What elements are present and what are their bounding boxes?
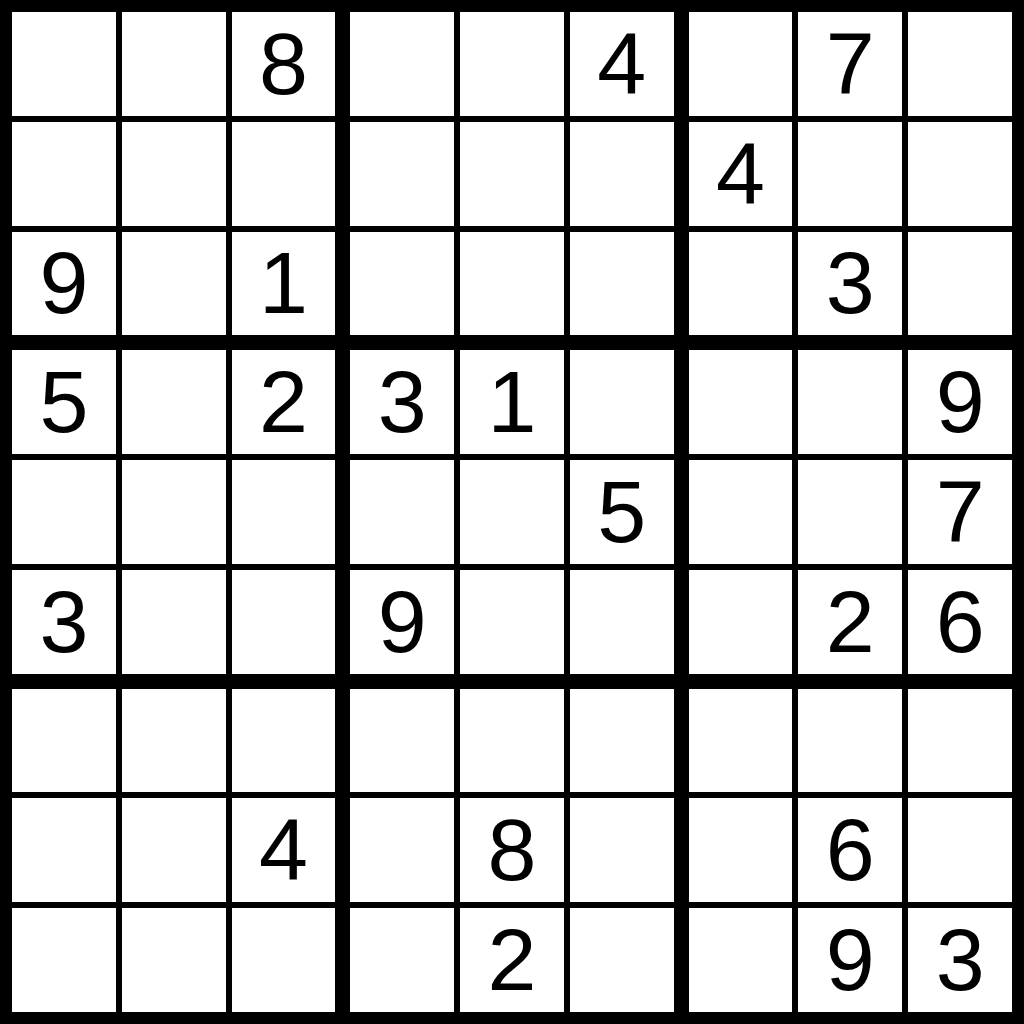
cell-r2c3[interactable] (232, 122, 336, 226)
cell-r1c4[interactable] (350, 12, 454, 116)
cell-r2c1[interactable] (12, 122, 116, 226)
cell-r6c4[interactable]: 9 (350, 570, 454, 674)
cell-r8c9[interactable] (908, 798, 1012, 902)
cell-r3c9[interactable] (908, 232, 1012, 336)
cell-r4c5[interactable]: 1 (460, 350, 564, 454)
cell-r8c2[interactable] (122, 798, 226, 902)
cell-r6c2[interactable] (122, 570, 226, 674)
cell-r4c3[interactable]: 2 (232, 350, 336, 454)
cell-r2c8[interactable] (798, 122, 902, 226)
block-9: 693 (689, 689, 1012, 1012)
cell-r8c6[interactable] (570, 798, 674, 902)
cell-r7c1[interactable] (12, 689, 116, 793)
cell-r2c2[interactable] (122, 122, 226, 226)
cell-r5c7[interactable] (689, 460, 793, 564)
cell-r5c4[interactable] (350, 460, 454, 564)
cell-r7c4[interactable] (350, 689, 454, 793)
cell-r9c2[interactable] (122, 908, 226, 1012)
block-1: 891 (12, 12, 335, 335)
cell-r8c7[interactable] (689, 798, 793, 902)
cell-r6c3[interactable] (232, 570, 336, 674)
cell-r6c5[interactable] (460, 570, 564, 674)
cell-r1c6[interactable]: 4 (570, 12, 674, 116)
cell-r5c8[interactable] (798, 460, 902, 564)
cell-r7c6[interactable] (570, 689, 674, 793)
cell-r7c5[interactable] (460, 689, 564, 793)
cell-r9c5[interactable]: 2 (460, 908, 564, 1012)
cell-r5c1[interactable] (12, 460, 116, 564)
cell-r4c8[interactable] (798, 350, 902, 454)
cell-r8c4[interactable] (350, 798, 454, 902)
cell-r4c1[interactable]: 5 (12, 350, 116, 454)
cell-r4c6[interactable] (570, 350, 674, 454)
cell-r3c2[interactable] (122, 232, 226, 336)
cell-r4c2[interactable] (122, 350, 226, 454)
cell-r2c6[interactable] (570, 122, 674, 226)
cell-r3c7[interactable] (689, 232, 793, 336)
cell-r5c6[interactable]: 5 (570, 460, 674, 564)
cell-r4c9[interactable]: 9 (908, 350, 1012, 454)
cell-r1c9[interactable] (908, 12, 1012, 116)
cell-r8c8[interactable]: 6 (798, 798, 902, 902)
cell-r9c9[interactable]: 3 (908, 908, 1012, 1012)
cell-r2c5[interactable] (460, 122, 564, 226)
block-2: 4 (350, 12, 673, 335)
cell-r3c6[interactable] (570, 232, 674, 336)
block-7: 4 (12, 689, 335, 1012)
cell-r2c9[interactable] (908, 122, 1012, 226)
cell-r7c7[interactable] (689, 689, 793, 793)
cell-r9c1[interactable] (12, 908, 116, 1012)
block-6: 9726 (689, 350, 1012, 673)
cell-r3c3[interactable]: 1 (232, 232, 336, 336)
cell-r1c1[interactable] (12, 12, 116, 116)
block-3: 743 (689, 12, 1012, 335)
block-8: 82 (350, 689, 673, 1012)
cell-r6c1[interactable]: 3 (12, 570, 116, 674)
block-5: 3159 (350, 350, 673, 673)
cell-r6c8[interactable]: 2 (798, 570, 902, 674)
cell-r9c7[interactable] (689, 908, 793, 1012)
cell-r3c4[interactable] (350, 232, 454, 336)
cell-r6c9[interactable]: 6 (908, 570, 1012, 674)
cell-r5c3[interactable] (232, 460, 336, 564)
cell-r7c8[interactable] (798, 689, 902, 793)
cell-r1c2[interactable] (122, 12, 226, 116)
cell-r5c9[interactable]: 7 (908, 460, 1012, 564)
cell-r1c7[interactable] (689, 12, 793, 116)
cell-r1c5[interactable] (460, 12, 564, 116)
cell-r5c2[interactable] (122, 460, 226, 564)
cell-r8c1[interactable] (12, 798, 116, 902)
cell-r6c7[interactable] (689, 570, 793, 674)
cell-r3c5[interactable] (460, 232, 564, 336)
cell-r3c8[interactable]: 3 (798, 232, 902, 336)
cell-r9c3[interactable] (232, 908, 336, 1012)
cell-r2c7[interactable]: 4 (689, 122, 793, 226)
cell-r8c5[interactable]: 8 (460, 798, 564, 902)
cell-r7c9[interactable] (908, 689, 1012, 793)
cell-r1c8[interactable]: 7 (798, 12, 902, 116)
cell-r9c6[interactable] (570, 908, 674, 1012)
sudoku-board: 891474352331599726482693 (0, 0, 1024, 1024)
cell-r4c4[interactable]: 3 (350, 350, 454, 454)
cell-r5c5[interactable] (460, 460, 564, 564)
cell-r6c6[interactable] (570, 570, 674, 674)
block-4: 523 (12, 350, 335, 673)
cell-r4c7[interactable] (689, 350, 793, 454)
cell-r9c4[interactable] (350, 908, 454, 1012)
cell-r7c3[interactable] (232, 689, 336, 793)
cell-r3c1[interactable]: 9 (12, 232, 116, 336)
cell-r9c8[interactable]: 9 (798, 908, 902, 1012)
cell-r8c3[interactable]: 4 (232, 798, 336, 902)
cell-r1c3[interactable]: 8 (232, 12, 336, 116)
cell-r2c4[interactable] (350, 122, 454, 226)
cell-r7c2[interactable] (122, 689, 226, 793)
